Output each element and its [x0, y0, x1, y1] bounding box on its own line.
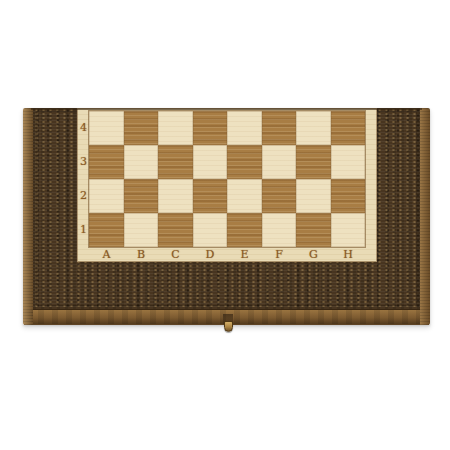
square-g4 [296, 111, 331, 145]
square-h2 [331, 179, 366, 213]
square-a2 [89, 179, 124, 213]
rank-label-1: 1 [78, 223, 89, 237]
square-c4 [158, 111, 193, 145]
file-label-a: A [89, 248, 124, 262]
rank-label-4: 4 [78, 121, 89, 135]
square-h3 [331, 145, 366, 179]
file-label-h: H [331, 248, 366, 262]
file-label-g: G [296, 248, 331, 262]
square-f2 [262, 179, 297, 213]
square-e1 [227, 213, 262, 247]
square-h4 [331, 111, 366, 145]
square-a1 [89, 213, 124, 247]
square-e3 [227, 145, 262, 179]
square-d1 [193, 213, 228, 247]
square-g1 [296, 213, 331, 247]
file-label-e: E [227, 248, 262, 262]
board-grid [89, 111, 365, 247]
box-left-edge [23, 108, 33, 325]
square-c1 [158, 213, 193, 247]
rank-label-3: 3 [78, 155, 89, 169]
file-label-d: D [193, 248, 228, 262]
square-e4 [227, 111, 262, 145]
product-photo: 4321ABCDEFGH [0, 0, 450, 450]
chess-box: 4321ABCDEFGH [23, 108, 430, 325]
square-b1 [124, 213, 159, 247]
rank-label-2: 2 [78, 189, 89, 203]
square-f3 [262, 145, 297, 179]
square-g2 [296, 179, 331, 213]
square-b4 [124, 111, 159, 145]
square-c3 [158, 145, 193, 179]
file-label-f: F [262, 248, 297, 262]
file-label-b: B [124, 248, 159, 262]
square-g3 [296, 145, 331, 179]
square-d3 [193, 145, 228, 179]
square-f1 [262, 213, 297, 247]
chess-board-half: 4321ABCDEFGH [77, 108, 377, 262]
clasp-icon [224, 321, 233, 332]
square-a3 [89, 145, 124, 179]
file-label-c: C [158, 248, 193, 262]
box-right-edge [420, 108, 430, 325]
square-a4 [89, 111, 124, 145]
square-b3 [124, 145, 159, 179]
square-d4 [193, 111, 228, 145]
square-c2 [158, 179, 193, 213]
square-e2 [227, 179, 262, 213]
square-d2 [193, 179, 228, 213]
square-h1 [331, 213, 366, 247]
square-b2 [124, 179, 159, 213]
square-f4 [262, 111, 297, 145]
